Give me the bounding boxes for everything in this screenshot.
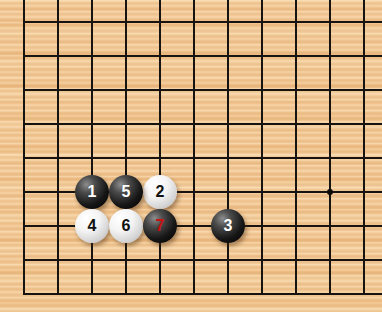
stone-move-number: 7 <box>156 218 165 234</box>
go-stone-black-3-g3: 3 <box>211 209 245 243</box>
grid-vline <box>329 0 331 295</box>
grid-vline <box>295 0 297 295</box>
grid-hline <box>23 55 382 57</box>
go-board[interactable]: 1234567 <box>0 0 382 312</box>
grid-vline <box>363 0 365 295</box>
stone-move-number: 5 <box>122 184 131 200</box>
go-stone-white-2-e4: 2 <box>143 175 177 209</box>
stone-move-number: 2 <box>156 184 165 200</box>
stone-move-number: 1 <box>88 184 97 200</box>
grid-hline <box>23 123 382 125</box>
grid-vline <box>193 0 195 295</box>
go-stone-black-7-e3: 7 <box>143 209 177 243</box>
go-stone-black-1-c4: 1 <box>75 175 109 209</box>
grid-vline <box>125 0 127 295</box>
grid-hline <box>23 259 382 261</box>
grid-vline <box>91 0 93 295</box>
go-stone-white-6-d3: 6 <box>109 209 143 243</box>
stone-move-number: 3 <box>224 218 233 234</box>
grid-vline <box>57 0 59 295</box>
stone-move-number: 4 <box>88 218 97 234</box>
go-stone-black-5-d4: 5 <box>109 175 143 209</box>
grid-vline <box>227 0 229 295</box>
grid-vline <box>23 0 25 295</box>
grid-hline <box>23 21 382 23</box>
go-stone-white-4-c3: 4 <box>75 209 109 243</box>
stone-move-number: 6 <box>122 218 131 234</box>
grid-vline <box>159 0 161 295</box>
grid-vline <box>261 0 263 295</box>
grid-hline <box>23 89 382 91</box>
star-point-k4 <box>327 189 333 195</box>
grid-hline <box>23 157 382 159</box>
grid-hline <box>23 293 382 295</box>
